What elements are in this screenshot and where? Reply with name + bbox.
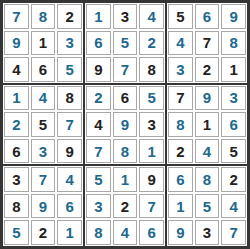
cell-r8c6[interactable]: 7 (139, 194, 164, 219)
cell-r1c5: 3 (113, 4, 138, 29)
cell-r4c9[interactable]: 3 (221, 86, 246, 111)
cell-r6c9: 5 (221, 139, 246, 164)
cell-r3c6: 8 (139, 57, 164, 82)
cell-r2c2: 1 (31, 31, 56, 56)
cell-r5c9[interactable]: 6 (221, 112, 246, 137)
cell-r2c8: 7 (195, 31, 220, 56)
box-r3c3: 682154937 (166, 165, 248, 247)
cell-r4c2[interactable]: 4 (31, 86, 56, 111)
cell-r9c4[interactable]: 8 (86, 220, 111, 245)
sudoku-board: 7829134651346529785694783211482576392654… (0, 0, 250, 249)
cell-r1c9[interactable]: 9 (221, 4, 246, 29)
cell-r6c2[interactable]: 3 (31, 139, 56, 164)
cell-r9c3[interactable]: 1 (57, 220, 82, 245)
cell-r5c8: 1 (195, 112, 220, 137)
cell-r5c4: 4 (86, 112, 111, 137)
cell-r1c3: 2 (57, 4, 82, 29)
cell-r9c1[interactable]: 5 (4, 220, 29, 245)
box-r3c1: 374896521 (2, 165, 84, 247)
cell-r1c4[interactable]: 1 (86, 4, 111, 29)
cell-r6c8[interactable]: 4 (195, 139, 220, 164)
cell-r2c4[interactable]: 6 (86, 31, 111, 56)
box-r1c1: 782913465 (2, 2, 84, 84)
cell-r6c7: 2 (168, 139, 193, 164)
cell-r3c3[interactable]: 5 (57, 57, 82, 82)
cell-r8c9[interactable]: 4 (221, 194, 246, 219)
cell-r3c9: 1 (221, 57, 246, 82)
cell-r3c5[interactable]: 7 (113, 57, 138, 82)
cell-r7c4[interactable]: 5 (86, 167, 111, 192)
cell-r5c7[interactable]: 8 (168, 112, 193, 137)
cell-r3c2: 6 (31, 57, 56, 82)
cell-r1c1[interactable]: 7 (4, 4, 29, 29)
cell-r9c6[interactable]: 6 (139, 220, 164, 245)
cell-r4c6[interactable]: 5 (139, 86, 164, 111)
cell-r5c1[interactable]: 2 (4, 112, 29, 137)
cell-r7c1: 3 (4, 167, 29, 192)
cell-r3c7[interactable]: 3 (168, 57, 193, 82)
cell-r7c2[interactable]: 7 (31, 167, 56, 192)
box-r1c3: 569478321 (166, 2, 248, 84)
cell-r4c1[interactable]: 1 (4, 86, 29, 111)
cell-r4c3: 8 (57, 86, 82, 111)
cell-r8c5: 2 (113, 194, 138, 219)
cell-r7c3[interactable]: 4 (57, 167, 82, 192)
cell-r8c2[interactable]: 9 (31, 194, 56, 219)
cell-r9c9[interactable]: 7 (221, 220, 246, 245)
cell-r5c2: 5 (31, 112, 56, 137)
cell-r6c4[interactable]: 7 (86, 139, 111, 164)
cell-r5c3[interactable]: 7 (57, 112, 82, 137)
cell-r4c4[interactable]: 2 (86, 86, 111, 111)
cell-r6c5[interactable]: 8 (113, 139, 138, 164)
cell-r7c9: 2 (221, 167, 246, 192)
cell-r2c6[interactable]: 2 (139, 31, 164, 56)
cell-r9c7[interactable]: 9 (168, 220, 193, 245)
cell-r4c7: 7 (168, 86, 193, 111)
cell-r6c1: 6 (4, 139, 29, 164)
cell-r9c8: 3 (195, 220, 220, 245)
cell-r8c1: 8 (4, 194, 29, 219)
cell-r5c5[interactable]: 9 (113, 112, 138, 137)
box-r2c2: 265493781 (84, 84, 166, 166)
cell-r2c3[interactable]: 3 (57, 31, 82, 56)
cell-r1c7: 5 (168, 4, 193, 29)
cell-r4c5: 6 (113, 86, 138, 111)
cell-r8c3[interactable]: 6 (57, 194, 82, 219)
cell-r2c9[interactable]: 8 (221, 31, 246, 56)
cell-r2c1[interactable]: 9 (4, 31, 29, 56)
cell-r8c8[interactable]: 5 (195, 194, 220, 219)
cell-r3c8: 2 (195, 57, 220, 82)
box-r1c2: 134652978 (84, 2, 166, 84)
box-r2c1: 148257639 (2, 84, 84, 166)
cell-r2c5[interactable]: 5 (113, 31, 138, 56)
cell-r1c8[interactable]: 6 (195, 4, 220, 29)
cell-r6c6[interactable]: 1 (139, 139, 164, 164)
box-r3c2: 519327846 (84, 165, 166, 247)
cell-r7c7[interactable]: 6 (168, 167, 193, 192)
cell-r6c3: 9 (57, 139, 82, 164)
cell-r3c4: 9 (86, 57, 111, 82)
cell-r9c2: 2 (31, 220, 56, 245)
cell-r1c2[interactable]: 8 (31, 4, 56, 29)
cell-r7c5[interactable]: 1 (113, 167, 138, 192)
cell-r4c8[interactable]: 9 (195, 86, 220, 111)
cell-r9c5[interactable]: 4 (113, 220, 138, 245)
cell-r7c8[interactable]: 8 (195, 167, 220, 192)
cell-r8c7[interactable]: 1 (168, 194, 193, 219)
cell-r3c1: 4 (4, 57, 29, 82)
cell-r1c6[interactable]: 4 (139, 4, 164, 29)
cell-r8c4[interactable]: 3 (86, 194, 111, 219)
cell-r5c6: 3 (139, 112, 164, 137)
box-r2c3: 793816245 (166, 84, 248, 166)
cell-r2c7[interactable]: 4 (168, 31, 193, 56)
cell-r7c6: 9 (139, 167, 164, 192)
